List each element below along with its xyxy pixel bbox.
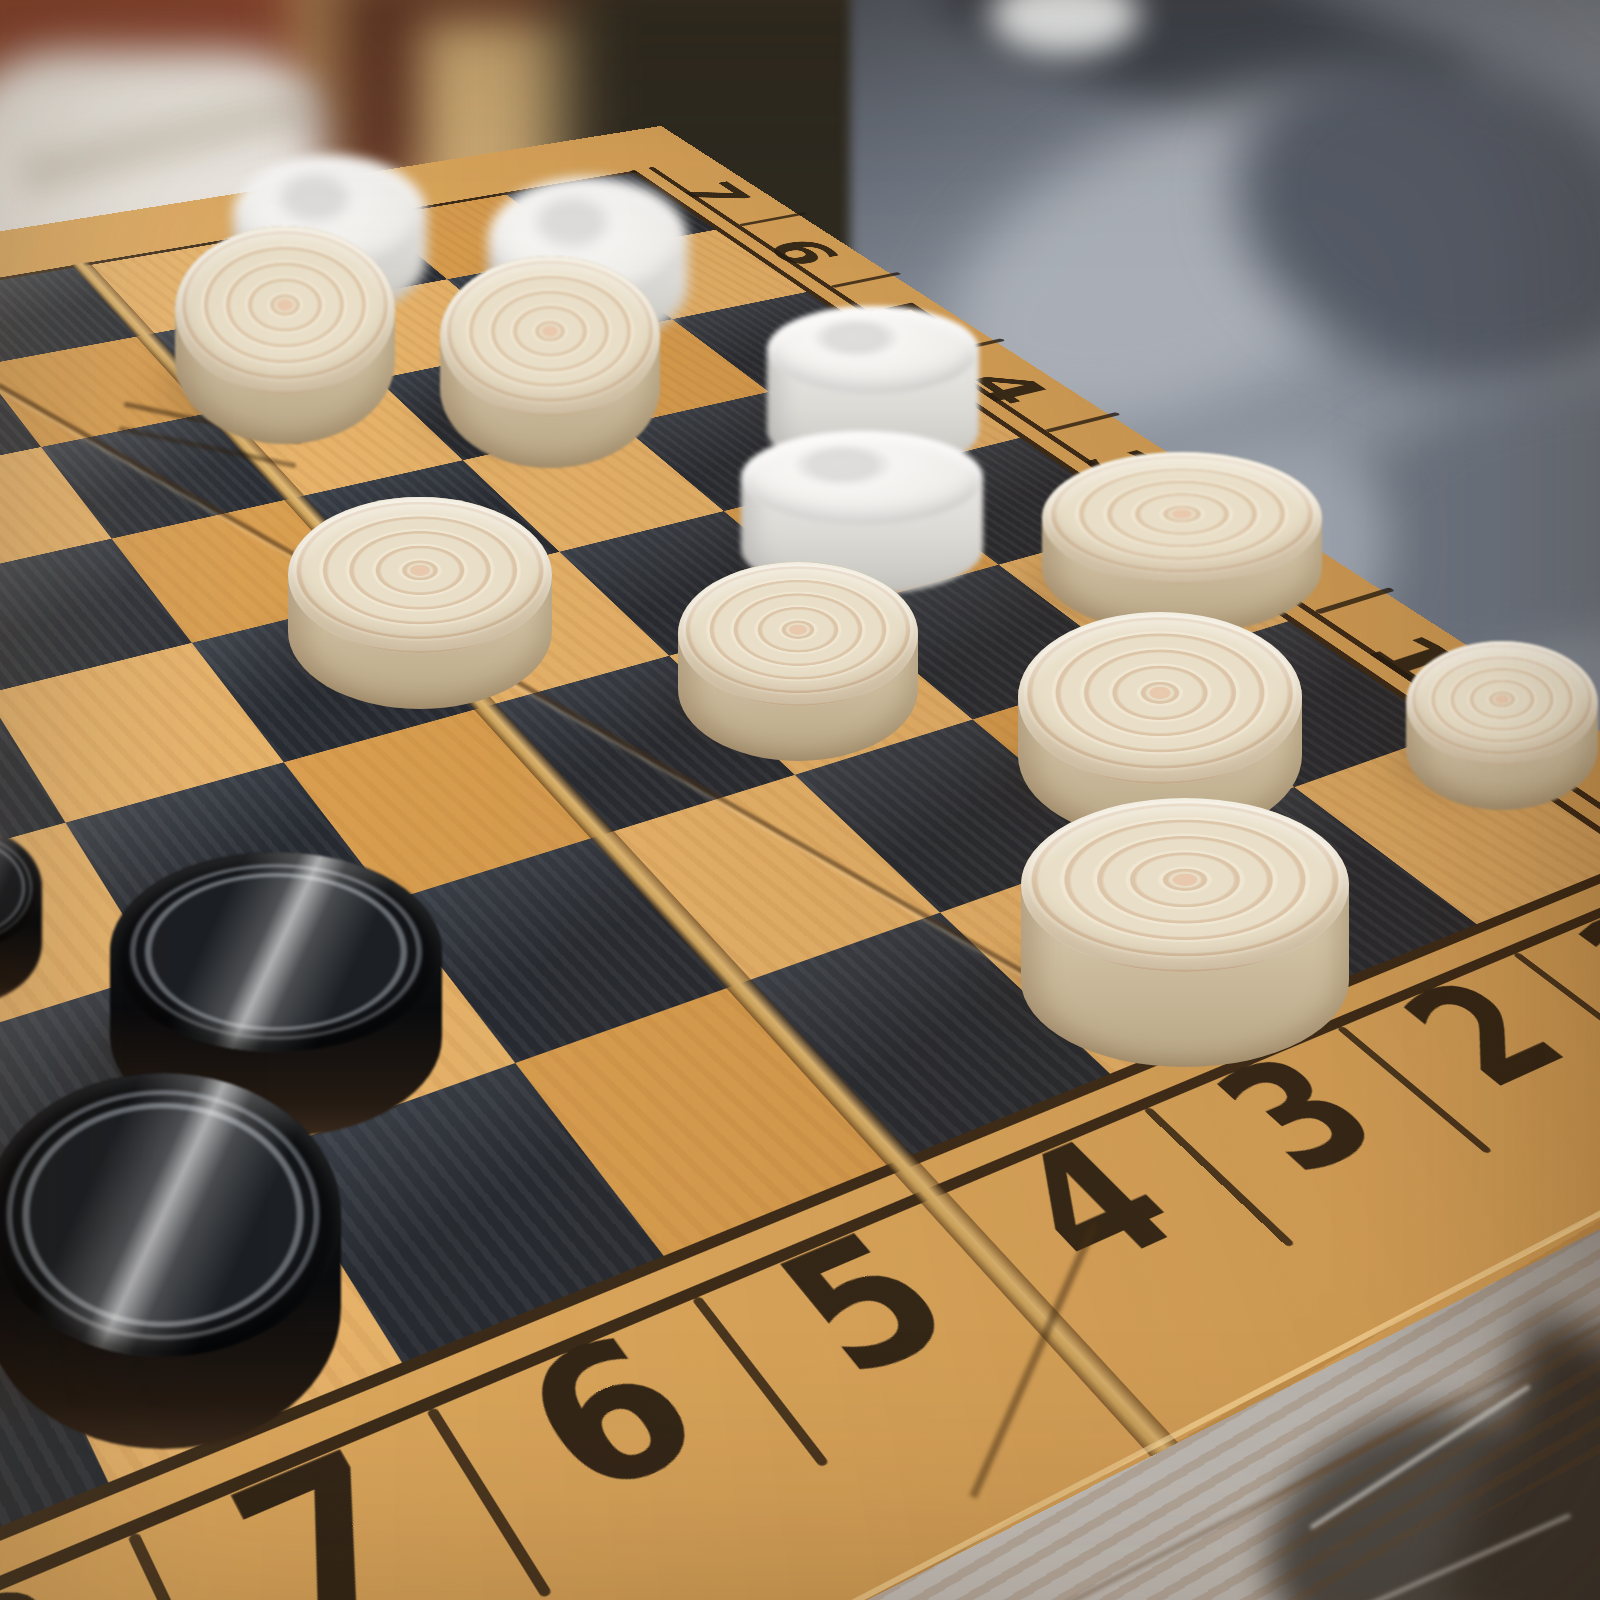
checkers-photo-scene: 87654321 7654321 bbox=[0, 0, 1600, 1600]
far-left-blurred-number bbox=[196, 390, 248, 420]
